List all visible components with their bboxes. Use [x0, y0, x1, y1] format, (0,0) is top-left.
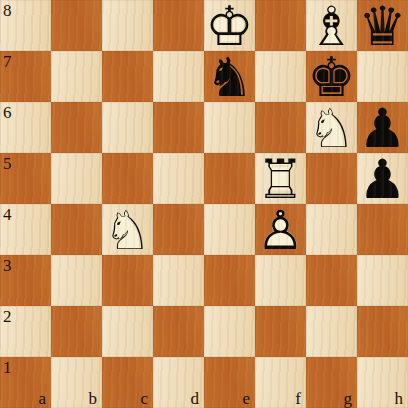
square-c4[interactable]: ♞♘ [102, 204, 153, 255]
square-e6[interactable] [204, 102, 255, 153]
square-g1[interactable]: g [306, 357, 357, 408]
square-d2[interactable] [153, 306, 204, 357]
square-f5[interactable]: ♜♖ [255, 153, 306, 204]
file-label-g: g [344, 390, 353, 407]
square-b4[interactable] [51, 204, 102, 255]
rank-label-3: 3 [3, 257, 12, 274]
square-f7[interactable] [255, 51, 306, 102]
square-c5[interactable] [102, 153, 153, 204]
square-e3[interactable] [204, 255, 255, 306]
square-f2[interactable] [255, 306, 306, 357]
square-a1[interactable]: 1a [0, 357, 51, 408]
square-e4[interactable] [204, 204, 255, 255]
square-g6[interactable]: ♞♘ [306, 102, 357, 153]
rank-label-2: 2 [3, 308, 12, 325]
square-b5[interactable] [51, 153, 102, 204]
file-label-a: a [38, 390, 46, 407]
square-h1[interactable]: h [357, 357, 408, 408]
square-f6[interactable] [255, 102, 306, 153]
black-queen[interactable]: ♛ [357, 1, 408, 52]
square-g3[interactable] [306, 255, 357, 306]
square-e7[interactable]: ♞ [204, 51, 255, 102]
white-pawn[interactable]: ♙ [255, 205, 306, 256]
square-h8[interactable]: ♛ [357, 0, 408, 51]
file-label-c: c [140, 390, 148, 407]
square-h2[interactable] [357, 306, 408, 357]
square-c3[interactable] [102, 255, 153, 306]
square-h4[interactable] [357, 204, 408, 255]
square-b7[interactable] [51, 51, 102, 102]
square-a8[interactable]: 8 [0, 0, 51, 51]
chess-board: 8♚♔♝♗♛7♞♚6♞♘♟5♜♖♟4♞♘♟♙321abcdefgh [0, 0, 408, 408]
square-a5[interactable]: 5 [0, 153, 51, 204]
square-e2[interactable] [204, 306, 255, 357]
black-king[interactable]: ♚ [306, 52, 357, 103]
square-g5[interactable] [306, 153, 357, 204]
rank-label-8: 8 [3, 2, 12, 19]
file-label-h: h [395, 390, 404, 407]
square-a2[interactable]: 2 [0, 306, 51, 357]
white-king[interactable]: ♔ [204, 1, 255, 52]
square-e1[interactable]: e [204, 357, 255, 408]
square-h5[interactable]: ♟ [357, 153, 408, 204]
square-f1[interactable]: f [255, 357, 306, 408]
file-label-e: e [242, 390, 250, 407]
square-a4[interactable]: 4 [0, 204, 51, 255]
square-a7[interactable]: 7 [0, 51, 51, 102]
square-d5[interactable] [153, 153, 204, 204]
square-b8[interactable] [51, 0, 102, 51]
square-e8[interactable]: ♚♔ [204, 0, 255, 51]
square-c8[interactable] [102, 0, 153, 51]
rank-label-6: 6 [3, 104, 12, 121]
black-pawn[interactable]: ♟ [357, 154, 408, 205]
square-b1[interactable]: b [51, 357, 102, 408]
square-d3[interactable] [153, 255, 204, 306]
square-h7[interactable] [357, 51, 408, 102]
square-d4[interactable] [153, 204, 204, 255]
rank-label-5: 5 [3, 155, 12, 172]
square-h3[interactable] [357, 255, 408, 306]
square-d7[interactable] [153, 51, 204, 102]
square-h6[interactable]: ♟ [357, 102, 408, 153]
square-b3[interactable] [51, 255, 102, 306]
square-d6[interactable] [153, 102, 204, 153]
square-f8[interactable] [255, 0, 306, 51]
rank-label-7: 7 [3, 53, 12, 70]
file-label-b: b [89, 390, 98, 407]
white-knight[interactable]: ♘ [102, 205, 153, 256]
square-g2[interactable] [306, 306, 357, 357]
square-g4[interactable] [306, 204, 357, 255]
black-pawn[interactable]: ♟ [357, 103, 408, 154]
white-bishop[interactable]: ♗ [306, 1, 357, 52]
square-c2[interactable] [102, 306, 153, 357]
file-label-d: d [191, 390, 200, 407]
square-b6[interactable] [51, 102, 102, 153]
square-c1[interactable]: c [102, 357, 153, 408]
square-g7[interactable]: ♚ [306, 51, 357, 102]
square-f4[interactable]: ♟♙ [255, 204, 306, 255]
file-label-f: f [295, 390, 301, 407]
square-f3[interactable] [255, 255, 306, 306]
white-rook[interactable]: ♖ [255, 154, 306, 205]
rank-label-1: 1 [3, 359, 12, 376]
square-a3[interactable]: 3 [0, 255, 51, 306]
square-d8[interactable] [153, 0, 204, 51]
square-c6[interactable] [102, 102, 153, 153]
rank-label-4: 4 [3, 206, 12, 223]
square-d1[interactable]: d [153, 357, 204, 408]
square-b2[interactable] [51, 306, 102, 357]
square-c7[interactable] [102, 51, 153, 102]
square-a6[interactable]: 6 [0, 102, 51, 153]
black-knight[interactable]: ♞ [204, 52, 255, 103]
square-g8[interactable]: ♝♗ [306, 0, 357, 51]
white-knight[interactable]: ♘ [306, 103, 357, 154]
square-e5[interactable] [204, 153, 255, 204]
